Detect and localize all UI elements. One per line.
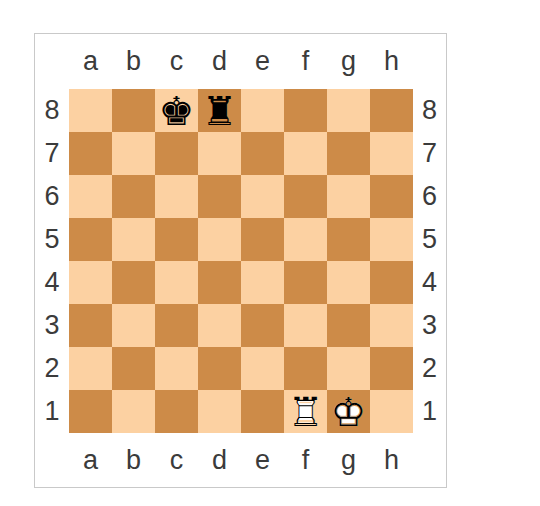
square-a3[interactable]: [69, 304, 112, 347]
square-c1[interactable]: [155, 390, 198, 433]
square-h4[interactable]: [370, 261, 413, 304]
square-f7[interactable]: [284, 132, 327, 175]
square-d6[interactable]: [198, 175, 241, 218]
square-a1[interactable]: [69, 390, 112, 433]
square-f2[interactable]: [284, 347, 327, 390]
square-c4[interactable]: [155, 261, 198, 304]
square-c7[interactable]: [155, 132, 198, 175]
file-label-e: e: [241, 48, 284, 75]
white-king-outline: ♔: [327, 390, 370, 433]
square-e2[interactable]: [241, 347, 284, 390]
square-f1[interactable]: ♜♖: [284, 390, 327, 433]
square-d5[interactable]: [198, 218, 241, 261]
white-rook-outline: ♖: [284, 390, 327, 433]
file-label-h: h: [370, 48, 413, 75]
square-f5[interactable]: [284, 218, 327, 261]
rank-label-8: 8: [35, 97, 69, 124]
square-a4[interactable]: [69, 261, 112, 304]
board-panel: abcdefgh 87654321 ♚♜♜♖♚♔ 87654321 abcdef…: [34, 33, 447, 488]
rank-label-6: 6: [413, 183, 446, 210]
square-h8[interactable]: [370, 89, 413, 132]
file-label-h: h: [370, 447, 413, 474]
file-labels-bottom: abcdefgh: [69, 433, 413, 487]
file-labels-top: abcdefgh: [69, 34, 413, 89]
square-d3[interactable]: [198, 304, 241, 347]
file-label-f: f: [284, 48, 327, 75]
square-h6[interactable]: [370, 175, 413, 218]
square-h5[interactable]: [370, 218, 413, 261]
rank-label-2: 2: [35, 355, 69, 382]
square-g4[interactable]: [327, 261, 370, 304]
file-label-d: d: [198, 48, 241, 75]
file-label-b: b: [112, 447, 155, 474]
square-f3[interactable]: [284, 304, 327, 347]
square-b8[interactable]: [112, 89, 155, 132]
black-king-glyph: ♚: [155, 89, 198, 132]
square-e1[interactable]: [241, 390, 284, 433]
file-label-b: b: [112, 48, 155, 75]
black-rook-glyph: ♜: [198, 89, 241, 132]
square-h2[interactable]: [370, 347, 413, 390]
square-b7[interactable]: [112, 132, 155, 175]
square-g8[interactable]: [327, 89, 370, 132]
black-king[interactable]: ♚: [155, 89, 198, 132]
square-b3[interactable]: [112, 304, 155, 347]
file-label-c: c: [155, 48, 198, 75]
square-h7[interactable]: [370, 132, 413, 175]
square-b5[interactable]: [112, 218, 155, 261]
square-g7[interactable]: [327, 132, 370, 175]
square-c8[interactable]: ♚: [155, 89, 198, 132]
rank-label-1: 1: [35, 398, 69, 425]
square-c3[interactable]: [155, 304, 198, 347]
file-label-f: f: [284, 447, 327, 474]
black-rook[interactable]: ♜: [198, 89, 241, 132]
square-g1[interactable]: ♚♔: [327, 390, 370, 433]
square-e6[interactable]: [241, 175, 284, 218]
square-a5[interactable]: [69, 218, 112, 261]
white-king[interactable]: ♚♔: [327, 390, 370, 433]
square-g5[interactable]: [327, 218, 370, 261]
square-h3[interactable]: [370, 304, 413, 347]
chess-diagram: abcdefgh 87654321 ♚♜♜♖♚♔ 87654321 abcdef…: [0, 0, 540, 506]
rank-label-7: 7: [413, 140, 446, 167]
square-c2[interactable]: [155, 347, 198, 390]
rank-label-3: 3: [35, 312, 69, 339]
square-b4[interactable]: [112, 261, 155, 304]
square-c5[interactable]: [155, 218, 198, 261]
file-label-e: e: [241, 447, 284, 474]
file-label-g: g: [327, 447, 370, 474]
square-e7[interactable]: [241, 132, 284, 175]
square-b2[interactable]: [112, 347, 155, 390]
rank-label-3: 3: [413, 312, 446, 339]
square-f6[interactable]: [284, 175, 327, 218]
square-e8[interactable]: [241, 89, 284, 132]
rank-label-7: 7: [35, 140, 69, 167]
file-label-a: a: [69, 48, 112, 75]
square-g3[interactable]: [327, 304, 370, 347]
square-d7[interactable]: [198, 132, 241, 175]
square-h1[interactable]: [370, 390, 413, 433]
square-g6[interactable]: [327, 175, 370, 218]
square-a6[interactable]: [69, 175, 112, 218]
rank-labels-right: 87654321: [413, 89, 446, 433]
square-d8[interactable]: ♜: [198, 89, 241, 132]
file-label-g: g: [327, 48, 370, 75]
square-d1[interactable]: [198, 390, 241, 433]
square-b1[interactable]: [112, 390, 155, 433]
square-g2[interactable]: [327, 347, 370, 390]
square-a2[interactable]: [69, 347, 112, 390]
rank-labels-left: 87654321: [35, 89, 69, 433]
square-a7[interactable]: [69, 132, 112, 175]
white-rook[interactable]: ♜♖: [284, 390, 327, 433]
file-label-c: c: [155, 447, 198, 474]
rank-label-4: 4: [35, 269, 69, 296]
rank-label-5: 5: [35, 226, 69, 253]
square-d4[interactable]: [198, 261, 241, 304]
rank-label-1: 1: [413, 398, 446, 425]
rank-label-6: 6: [35, 183, 69, 210]
chess-board: ♚♜♜♖♚♔: [69, 89, 413, 433]
file-label-d: d: [198, 447, 241, 474]
square-d2[interactable]: [198, 347, 241, 390]
square-f8[interactable]: [284, 89, 327, 132]
rank-label-5: 5: [413, 226, 446, 253]
file-label-a: a: [69, 447, 112, 474]
rank-label-4: 4: [413, 269, 446, 296]
square-a8[interactable]: [69, 89, 112, 132]
square-c6[interactable]: [155, 175, 198, 218]
rank-label-8: 8: [413, 97, 446, 124]
square-e4[interactable]: [241, 261, 284, 304]
square-f4[interactable]: [284, 261, 327, 304]
rank-label-2: 2: [413, 355, 446, 382]
square-e5[interactable]: [241, 218, 284, 261]
square-e3[interactable]: [241, 304, 284, 347]
square-b6[interactable]: [112, 175, 155, 218]
